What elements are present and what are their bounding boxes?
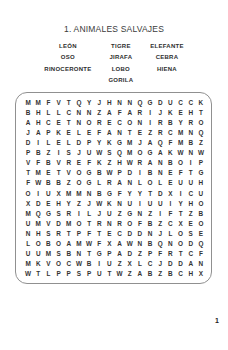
grid-cell[interactable]: W <box>125 239 135 249</box>
grid-cell[interactable]: Q <box>196 127 206 137</box>
grid-cell[interactable]: D <box>125 249 135 259</box>
grid-cell[interactable]: B <box>23 107 33 117</box>
grid-cell[interactable]: S <box>43 228 53 238</box>
grid-cell[interactable]: I <box>135 168 145 178</box>
grid-cell[interactable]: L <box>43 269 53 279</box>
grid-cell[interactable]: X <box>104 239 114 249</box>
grid-cell[interactable]: E <box>43 168 53 178</box>
grid-cell[interactable]: H <box>115 158 125 168</box>
grid-cell[interactable]: J <box>135 137 145 147</box>
grid-cell[interactable]: N <box>84 188 94 198</box>
grid-cell[interactable]: C <box>115 228 125 238</box>
grid-cell[interactable]: H <box>33 107 43 117</box>
grid-cell[interactable]: U <box>176 178 186 188</box>
grid-cell[interactable]: F <box>165 208 175 218</box>
grid-cell[interactable]: P <box>84 137 94 147</box>
grid-cell[interactable]: N <box>145 228 155 238</box>
grid-cell[interactable]: B <box>54 178 64 188</box>
grid-cell[interactable]: P <box>115 168 125 178</box>
grid-cell[interactable]: L <box>165 228 175 238</box>
grid-cell[interactable]: Q <box>115 148 125 158</box>
grid-cell[interactable]: R <box>64 158 74 168</box>
grid-cell[interactable]: I <box>155 208 165 218</box>
grid-cell[interactable]: U <box>23 249 33 259</box>
grid-cell[interactable]: Y <box>135 188 145 198</box>
grid-cell[interactable]: K <box>104 137 114 147</box>
grid-cell[interactable]: E <box>64 127 74 137</box>
grid-cell[interactable]: U <box>104 208 114 218</box>
grid-cell[interactable]: Q <box>33 208 43 218</box>
grid-cell[interactable]: A <box>145 158 155 168</box>
grid-cell[interactable]: M <box>64 188 74 198</box>
grid-cell[interactable]: S <box>104 148 114 158</box>
grid-cell[interactable]: G <box>84 168 94 178</box>
grid-cell[interactable]: O <box>33 239 43 249</box>
grid-cell[interactable]: T <box>186 168 196 178</box>
grid-cell[interactable]: R <box>186 117 196 127</box>
grid-cell[interactable]: G <box>94 249 104 259</box>
grid-cell[interactable]: M <box>33 168 43 178</box>
grid-cell[interactable]: P <box>145 249 155 259</box>
grid-cell[interactable]: J <box>74 148 84 158</box>
grid-cell[interactable]: O <box>196 117 206 127</box>
grid-cell[interactable]: S <box>74 269 84 279</box>
grid-cell[interactable]: F <box>176 168 186 178</box>
grid-cell[interactable]: H <box>54 198 64 208</box>
grid-cell[interactable]: M <box>64 218 74 228</box>
grid-cell[interactable]: G <box>115 137 125 147</box>
grid-cell[interactable]: B <box>145 239 155 249</box>
grid-cell[interactable]: I <box>33 188 43 198</box>
grid-cell[interactable]: W <box>94 198 104 208</box>
grid-cell[interactable]: M <box>74 239 84 249</box>
grid-cell[interactable]: M <box>33 97 43 107</box>
grid-cell[interactable]: T <box>94 228 104 238</box>
grid-cell[interactable]: L <box>23 239 33 249</box>
grid-cell[interactable]: N <box>155 168 165 178</box>
grid-cell[interactable]: Y <box>176 117 186 127</box>
grid-cell[interactable]: P <box>104 249 114 259</box>
grid-cell[interactable]: E <box>196 228 206 238</box>
grid-cell[interactable]: R <box>54 228 64 238</box>
grid-cell[interactable]: L <box>84 208 94 218</box>
grid-cell[interactable]: B <box>64 249 74 259</box>
grid-cell[interactable]: C <box>145 259 155 269</box>
grid-cell[interactable]: M <box>125 137 135 147</box>
grid-cell[interactable]: B <box>145 218 155 228</box>
grid-cell[interactable]: J <box>23 127 33 137</box>
grid-cell[interactable]: K <box>33 259 43 269</box>
grid-cell[interactable]: R <box>104 178 114 188</box>
grid-cell[interactable]: T <box>84 218 94 228</box>
grid-cell[interactable]: G <box>125 208 135 218</box>
grid-cell[interactable]: T <box>64 228 74 238</box>
grid-cell[interactable]: F <box>43 97 53 107</box>
grid-cell[interactable]: Y <box>125 188 135 198</box>
grid-cell[interactable]: B <box>43 239 53 249</box>
grid-cell[interactable]: M <box>43 249 53 259</box>
grid-cell[interactable]: N <box>125 97 135 107</box>
grid-cell[interactable]: Z <box>115 208 125 218</box>
grid-cell[interactable]: U <box>125 198 135 208</box>
grid-cell[interactable]: I <box>145 117 155 127</box>
grid-cell[interactable]: K <box>196 97 206 107</box>
grid-cell[interactable]: E <box>104 117 114 127</box>
grid-cell[interactable]: W <box>104 168 114 178</box>
grid-cell[interactable]: M <box>176 127 186 137</box>
grid-cell[interactable]: H <box>33 117 43 127</box>
grid-cell[interactable]: M <box>23 97 33 107</box>
grid-cell[interactable]: B <box>145 269 155 279</box>
grid-cell[interactable]: J <box>84 198 94 208</box>
grid-cell[interactable]: A <box>155 148 165 158</box>
grid-cell[interactable]: L <box>43 107 53 117</box>
grid-cell[interactable]: M <box>23 259 33 269</box>
grid-cell[interactable]: E <box>176 107 186 117</box>
grid-cell[interactable]: O <box>176 228 186 238</box>
grid-cell[interactable]: Z <box>186 208 196 218</box>
grid-cell[interactable]: P <box>84 269 94 279</box>
grid-cell[interactable]: C <box>64 107 74 117</box>
grid-cell[interactable]: D <box>135 228 145 238</box>
grid-cell[interactable]: C <box>186 97 196 107</box>
grid-cell[interactable]: U <box>196 188 206 198</box>
grid-cell[interactable]: I <box>33 137 43 147</box>
grid-cell[interactable]: C <box>186 249 196 259</box>
grid-cell[interactable]: N <box>135 239 145 249</box>
grid-cell[interactable]: Q <box>135 97 145 107</box>
grid-cell[interactable]: O <box>74 218 84 228</box>
grid-cell[interactable]: U <box>145 198 155 208</box>
grid-cell[interactable]: J <box>155 107 165 117</box>
grid-cell[interactable]: L <box>64 137 74 147</box>
grid-cell[interactable]: U <box>104 259 114 269</box>
grid-cell[interactable]: N <box>186 127 196 137</box>
grid-cell[interactable]: P <box>43 127 53 137</box>
grid-cell[interactable]: U <box>165 97 175 107</box>
grid-cell[interactable]: D <box>155 188 165 198</box>
grid-cell[interactable]: B <box>196 208 206 218</box>
grid-cell[interactable]: F <box>84 158 94 168</box>
grid-cell[interactable]: H <box>196 178 206 188</box>
grid-cell[interactable]: P <box>64 269 74 279</box>
grid-cell[interactable]: D <box>176 259 186 269</box>
grid-cell[interactable]: Z <box>145 127 155 137</box>
grid-cell[interactable]: U <box>155 198 165 208</box>
grid-cell[interactable]: R <box>94 117 104 127</box>
grid-cell[interactable]: D <box>74 137 84 147</box>
grid-cell[interactable]: D <box>155 97 165 107</box>
grid-cell[interactable]: Z <box>155 218 165 228</box>
grid-cell[interactable]: N <box>155 158 165 168</box>
grid-cell[interactable]: N <box>23 228 33 238</box>
grid-cell[interactable]: M <box>33 218 43 228</box>
grid-cell[interactable]: I <box>176 188 186 198</box>
grid-cell[interactable]: Y <box>94 137 104 147</box>
grid-cell[interactable]: G <box>145 148 155 158</box>
grid-cell[interactable]: E <box>135 127 145 137</box>
grid-cell[interactable]: M <box>125 148 135 158</box>
grid-cell[interactable]: N <box>74 107 84 117</box>
grid-cell[interactable]: B <box>94 168 104 178</box>
grid-cell[interactable]: W <box>94 148 104 158</box>
grid-cell[interactable]: C <box>186 188 196 198</box>
grid-cell[interactable]: D <box>165 259 175 269</box>
grid-cell[interactable]: T <box>33 269 43 279</box>
grid-cell[interactable]: I <box>74 208 84 218</box>
grid-cell[interactable]: F <box>94 239 104 249</box>
grid-cell[interactable]: L <box>135 178 145 188</box>
grid-cell[interactable]: Z <box>74 198 84 208</box>
grid-cell[interactable]: W <box>23 269 33 279</box>
grid-cell[interactable]: Z <box>104 158 114 168</box>
grid-cell[interactable]: O <box>176 239 186 249</box>
grid-cell[interactable]: L <box>135 259 145 269</box>
grid-cell[interactable]: O <box>84 117 94 127</box>
grid-cell[interactable]: D <box>186 239 196 249</box>
grid-cell[interactable]: L <box>155 178 165 188</box>
grid-cell[interactable]: K <box>165 148 175 158</box>
grid-cell[interactable]: Z <box>135 249 145 259</box>
grid-cell[interactable]: Q <box>155 239 165 249</box>
grid-cell[interactable]: F <box>84 228 94 238</box>
grid-cell[interactable]: H <box>186 107 196 117</box>
grid-cell[interactable]: O <box>125 117 135 127</box>
grid-cell[interactable]: L <box>43 137 53 147</box>
grid-cell[interactable]: C <box>43 117 53 127</box>
grid-cell[interactable]: N <box>115 127 125 137</box>
grid-cell[interactable]: F <box>115 107 125 117</box>
grid-cell[interactable]: O <box>54 259 64 269</box>
grid-cell[interactable]: V <box>54 158 64 168</box>
grid-cell[interactable]: W <box>33 178 43 188</box>
grid-cell[interactable]: Q <box>74 97 84 107</box>
grid-cell[interactable]: A <box>186 259 196 269</box>
grid-cell[interactable]: X <box>196 269 206 279</box>
grid-cell[interactable]: U <box>43 188 53 198</box>
grid-cell[interactable]: R <box>94 218 104 228</box>
grid-cell[interactable]: O <box>176 158 186 168</box>
grid-cell[interactable]: C <box>64 259 74 269</box>
grid-cell[interactable]: E <box>54 117 64 127</box>
grid-cell[interactable]: F <box>33 158 43 168</box>
grid-cell[interactable]: X <box>165 188 175 198</box>
grid-cell[interactable]: B <box>94 188 104 198</box>
grid-cell[interactable]: S <box>186 228 196 238</box>
grid-cell[interactable]: N <box>74 117 84 127</box>
grid-cell[interactable]: G <box>84 178 94 188</box>
grid-cell[interactable]: B <box>43 178 53 188</box>
grid-cell[interactable]: I <box>135 198 145 208</box>
grid-cell[interactable]: Z <box>155 269 165 279</box>
grid-cell[interactable]: W <box>176 148 186 158</box>
grid-cell[interactable]: H <box>33 228 43 238</box>
grid-cell[interactable]: N <box>125 178 135 188</box>
grid-cell[interactable]: U <box>84 148 94 158</box>
grid-cell[interactable]: O <box>196 198 206 208</box>
grid-cell[interactable]: N <box>196 259 206 269</box>
grid-cell[interactable]: I <box>145 107 155 117</box>
grid-cell[interactable]: W <box>115 269 125 279</box>
grid-cell[interactable]: Q <box>196 239 206 249</box>
grid-cell[interactable]: T <box>145 188 155 198</box>
grid-cell[interactable]: Z <box>196 137 206 147</box>
grid-cell[interactable]: N <box>115 97 125 107</box>
grid-cell[interactable]: S <box>54 249 64 259</box>
grid-cell[interactable]: A <box>104 127 114 137</box>
grid-cell[interactable]: J <box>155 228 165 238</box>
grid-cell[interactable]: Z <box>64 178 74 188</box>
grid-cell[interactable]: F <box>135 218 145 228</box>
grid-cell[interactable]: V <box>64 168 74 178</box>
grid-cell[interactable]: B <box>84 259 94 269</box>
grid-cell[interactable]: R <box>115 218 125 228</box>
grid-cell[interactable]: B <box>43 158 53 168</box>
grid-cell[interactable]: A <box>115 178 125 188</box>
grid-cell[interactable]: E <box>74 158 84 168</box>
grid-cell[interactable]: T <box>23 168 33 178</box>
grid-cell[interactable]: E <box>43 198 53 208</box>
grid-cell[interactable]: T <box>176 208 186 218</box>
grid-cell[interactable]: T <box>54 168 64 178</box>
grid-cell[interactable]: M <box>74 188 84 198</box>
grid-cell[interactable]: I <box>54 148 64 158</box>
grid-cell[interactable]: S <box>54 208 64 218</box>
grid-cell[interactable]: O <box>23 188 33 198</box>
grid-cell[interactable]: N <box>165 239 175 249</box>
grid-cell[interactable]: C <box>176 269 186 279</box>
grid-cell[interactable]: K <box>165 107 175 117</box>
grid-cell[interactable]: O <box>54 239 64 249</box>
grid-cell[interactable]: A <box>23 117 33 127</box>
grid-cell[interactable]: Z <box>115 259 125 269</box>
grid-cell[interactable]: B <box>165 158 175 168</box>
grid-cell[interactable]: L <box>74 127 84 137</box>
grid-cell[interactable]: E <box>186 218 196 228</box>
grid-cell[interactable]: M <box>23 208 33 218</box>
grid-cell[interactable]: H <box>186 198 196 208</box>
grid-cell[interactable]: Y <box>176 198 186 208</box>
grid-cell[interactable]: G <box>43 208 53 218</box>
grid-cell[interactable]: A <box>115 249 125 259</box>
grid-cell[interactable]: W <box>74 259 84 269</box>
grid-cell[interactable]: I <box>94 259 104 269</box>
grid-cell[interactable]: K <box>54 127 64 137</box>
grid-cell[interactable]: P <box>74 228 84 238</box>
grid-cell[interactable]: Z <box>43 148 53 158</box>
grid-cell[interactable]: O <box>74 168 84 178</box>
grid-cell[interactable]: D <box>125 228 135 238</box>
grid-cell[interactable]: W <box>125 158 135 168</box>
grid-cell[interactable]: B <box>165 117 175 127</box>
grid-cell[interactable]: H <box>104 97 114 107</box>
grid-cell[interactable]: E <box>54 137 64 147</box>
grid-cell[interactable]: D <box>23 137 33 147</box>
grid-cell[interactable]: R <box>135 107 145 117</box>
grid-cell[interactable]: S <box>64 148 74 158</box>
grid-cell[interactable]: X <box>54 188 64 198</box>
grid-cell[interactable]: F <box>23 178 33 188</box>
grid-cell[interactable]: P <box>54 269 64 279</box>
grid-cell[interactable]: X <box>176 218 186 228</box>
grid-cell[interactable]: A <box>135 269 145 279</box>
grid-cell[interactable]: D <box>54 218 64 228</box>
grid-cell[interactable]: Y <box>84 97 94 107</box>
grid-cell[interactable]: V <box>54 97 64 107</box>
grid-cell[interactable]: K <box>104 198 114 208</box>
grid-cell[interactable]: N <box>135 208 145 218</box>
grid-cell[interactable]: R <box>165 249 175 259</box>
grid-cell[interactable]: U <box>94 269 104 279</box>
grid-cell[interactable]: O <box>196 218 206 228</box>
grid-cell[interactable]: A <box>125 107 135 117</box>
grid-cell[interactable]: T <box>64 117 74 127</box>
grid-cell[interactable]: N <box>186 148 196 158</box>
grid-cell[interactable]: D <box>125 168 135 178</box>
grid-cell[interactable]: V <box>23 158 33 168</box>
grid-cell[interactable]: N <box>115 198 125 208</box>
grid-cell[interactable]: U <box>33 249 43 259</box>
grid-cell[interactable]: A <box>104 107 114 117</box>
grid-cell[interactable]: N <box>74 249 84 259</box>
grid-cell[interactable]: I <box>186 158 196 168</box>
grid-cell[interactable]: B <box>165 269 175 279</box>
grid-cell[interactable]: Q <box>155 137 165 147</box>
grid-cell[interactable]: T <box>196 107 206 117</box>
grid-cell[interactable]: I <box>165 198 175 208</box>
grid-cell[interactable]: P <box>196 158 206 168</box>
grid-cell[interactable]: J <box>94 97 104 107</box>
grid-cell[interactable]: A <box>145 137 155 147</box>
grid-cell[interactable]: L <box>94 178 104 188</box>
grid-cell[interactable]: O <box>145 178 155 188</box>
grid-cell[interactable]: P <box>23 148 33 158</box>
grid-cell[interactable]: C <box>165 218 175 228</box>
grid-cell[interactable]: A <box>64 239 74 249</box>
grid-cell[interactable]: F <box>115 188 125 198</box>
grid-cell[interactable]: X <box>125 259 135 269</box>
grid-cell[interactable]: G <box>104 188 114 198</box>
grid-cell[interactable]: F <box>165 137 175 147</box>
grid-cell[interactable]: F <box>94 127 104 137</box>
grid-cell[interactable]: C <box>176 97 186 107</box>
grid-cell[interactable]: U <box>23 218 33 228</box>
grid-cell[interactable]: B <box>33 148 43 158</box>
grid-cell[interactable]: L <box>54 107 64 117</box>
grid-cell[interactable]: R <box>135 158 145 168</box>
grid-cell[interactable]: F <box>196 249 206 259</box>
grid-cell[interactable]: O <box>74 178 84 188</box>
grid-cell[interactable]: T <box>125 127 135 137</box>
grid-cell[interactable]: U <box>186 178 196 188</box>
grid-cell[interactable]: R <box>64 208 74 218</box>
grid-cell[interactable]: J <box>94 208 104 218</box>
grid-cell[interactable]: A <box>115 239 125 249</box>
grid-cell[interactable]: R <box>155 117 165 127</box>
grid-cell[interactable]: Z <box>145 208 155 218</box>
grid-cell[interactable]: G <box>196 168 206 178</box>
grid-cell[interactable]: E <box>165 178 175 188</box>
grid-cell[interactable]: W <box>84 239 94 249</box>
grid-cell[interactable]: V <box>43 218 53 228</box>
grid-cell[interactable]: B <box>186 137 196 147</box>
grid-cell[interactable]: T <box>64 97 74 107</box>
grid-cell[interactable]: T <box>104 269 114 279</box>
grid-cell[interactable]: E <box>104 228 114 238</box>
grid-cell[interactable]: N <box>104 218 114 228</box>
grid-cell[interactable]: O <box>135 148 145 158</box>
grid-cell[interactable]: V <box>43 259 53 269</box>
